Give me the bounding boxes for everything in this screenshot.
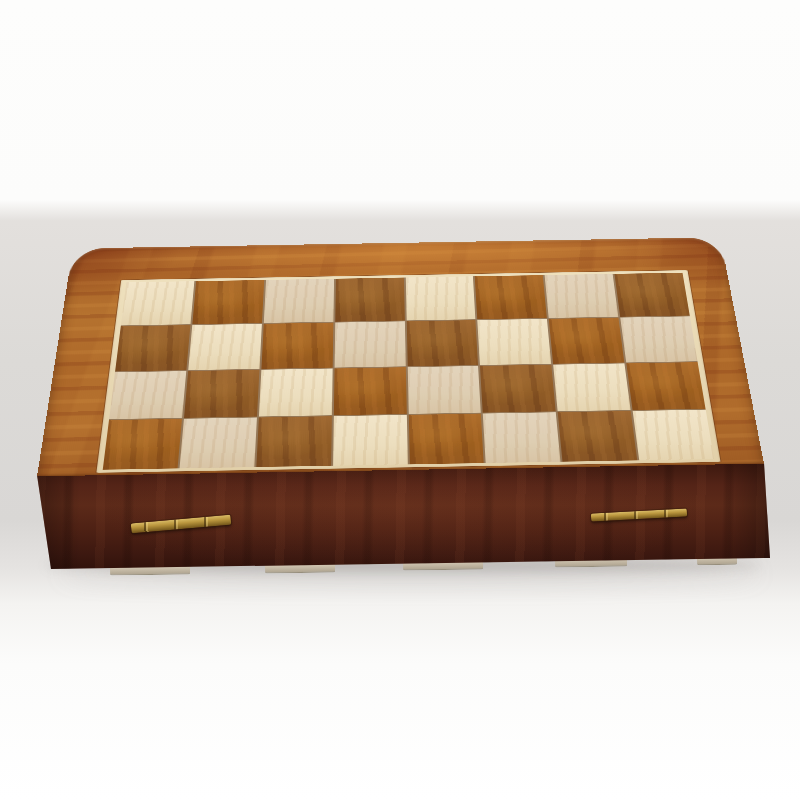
board-square — [626, 362, 705, 410]
board-square — [620, 316, 697, 362]
board-square — [406, 320, 478, 366]
board-square — [333, 367, 406, 415]
board-square — [109, 371, 186, 419]
board-square — [407, 366, 481, 414]
checkerboard — [103, 273, 714, 470]
board-square — [335, 278, 404, 322]
board-square — [256, 416, 331, 467]
board-square — [192, 280, 264, 324]
board-square — [615, 273, 690, 317]
board-square — [633, 410, 714, 461]
board-square — [115, 325, 190, 371]
box-lid-top — [37, 237, 764, 476]
board-square — [188, 324, 262, 370]
board-square — [545, 274, 619, 318]
board-square — [184, 370, 259, 418]
board-square — [483, 412, 561, 463]
board-square — [103, 419, 182, 470]
board-square — [558, 411, 637, 462]
board-square — [549, 318, 624, 364]
board-square — [333, 415, 408, 466]
board-square — [480, 364, 556, 412]
board-square — [179, 418, 256, 469]
board-square — [405, 276, 475, 320]
board-square — [121, 281, 194, 325]
board-square — [478, 319, 552, 365]
board-frame — [96, 270, 720, 473]
board-square — [475, 275, 547, 319]
board-square — [334, 321, 405, 367]
board-square — [259, 368, 333, 416]
board-square — [553, 363, 630, 411]
photo-canvas — [0, 0, 800, 800]
board-square — [408, 414, 484, 465]
board-square — [261, 322, 333, 368]
board-square — [264, 279, 334, 323]
